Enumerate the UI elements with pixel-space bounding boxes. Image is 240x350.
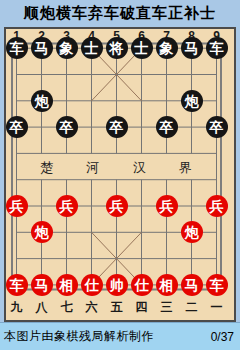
black-cannon[interactable]: 炮 — [181, 90, 203, 112]
xiangqi-board: 123456789 — [4, 27, 236, 322]
red-horse[interactable]: 马 — [181, 274, 203, 296]
black-horse[interactable]: 马 — [31, 37, 53, 59]
board-intersection[interactable] — [4, 88, 29, 114]
red-advisor[interactable]: 仕 — [81, 274, 103, 296]
board-intersection[interactable] — [179, 61, 204, 87]
board-intersection[interactable] — [79, 245, 104, 271]
board-intersection[interactable] — [29, 245, 54, 271]
board-intersection[interactable] — [29, 61, 54, 87]
file-number-bottom: 六 — [79, 301, 104, 314]
move-counter: 0/37 — [211, 330, 240, 344]
board-intersection[interactable] — [104, 245, 129, 271]
black-chariot[interactable]: 车 — [6, 37, 28, 59]
black-soldier[interactable]: 卒 — [156, 116, 178, 138]
board-intersection[interactable] — [79, 219, 104, 245]
board-intersection[interactable] — [54, 61, 79, 87]
red-soldier[interactable]: 兵 — [106, 195, 128, 217]
board-intersection[interactable] — [104, 219, 129, 245]
black-soldier[interactable]: 卒 — [206, 116, 228, 138]
board-intersection[interactable] — [204, 88, 229, 114]
board-intersection[interactable] — [29, 114, 54, 140]
board-intersection[interactable] — [54, 88, 79, 114]
river-label-right: 汉界 — [133, 159, 225, 177]
black-soldier[interactable]: 卒 — [6, 116, 28, 138]
footer-credit: 本图片由象棋残局解析制作 — [0, 328, 154, 345]
board-intersection[interactable] — [4, 245, 29, 271]
board-intersection[interactable] — [179, 245, 204, 271]
board-intersection[interactable] — [129, 114, 154, 140]
red-chariot[interactable]: 车 — [6, 274, 28, 296]
file-number-bottom: 四 — [129, 301, 154, 314]
black-general[interactable]: 将 — [106, 37, 128, 59]
board-intersection[interactable] — [104, 88, 129, 114]
file-number-bottom: 二 — [179, 301, 204, 314]
red-elephant[interactable]: 相 — [56, 274, 78, 296]
file-numbers-bottom: 九八七六五四三二一 — [4, 301, 229, 314]
footer-bar: 本图片由象棋残局解析制作 0/37 — [0, 322, 240, 350]
board-intersection[interactable] — [129, 193, 154, 219]
red-chariot[interactable]: 车 — [206, 274, 228, 296]
board-intersection[interactable] — [54, 245, 79, 271]
board-intersection[interactable] — [29, 193, 54, 219]
file-number-bottom: 五 — [104, 301, 129, 314]
page-title: 顺炮横车弃车破直车正补士 — [0, 0, 240, 27]
black-elephant[interactable]: 象 — [56, 37, 78, 59]
board-intersection[interactable] — [154, 88, 179, 114]
board-intersection[interactable] — [179, 193, 204, 219]
black-advisor[interactable]: 士 — [131, 37, 153, 59]
board-intersection[interactable] — [4, 140, 29, 166]
red-cannon[interactable]: 炮 — [31, 221, 53, 243]
red-elephant[interactable]: 相 — [156, 274, 178, 296]
board-intersection[interactable] — [154, 245, 179, 271]
board-intersection[interactable] — [104, 61, 129, 87]
red-soldier[interactable]: 兵 — [56, 195, 78, 217]
board-intersection[interactable] — [129, 88, 154, 114]
board-intersection[interactable] — [129, 219, 154, 245]
board-intersection[interactable] — [204, 245, 229, 271]
black-cannon[interactable]: 炮 — [31, 90, 53, 112]
board-intersection[interactable] — [79, 88, 104, 114]
board-intersection[interactable] — [4, 166, 29, 192]
red-soldier[interactable]: 兵 — [6, 195, 28, 217]
file-number-bottom: 八 — [29, 301, 54, 314]
board-intersection[interactable] — [4, 219, 29, 245]
board-intersection[interactable] — [204, 219, 229, 245]
red-advisor[interactable]: 仕 — [131, 274, 153, 296]
board-intersection[interactable] — [79, 61, 104, 87]
board-intersection[interactable] — [179, 114, 204, 140]
red-general[interactable]: 帅 — [106, 274, 128, 296]
file-number-bottom: 三 — [154, 301, 179, 314]
black-soldier[interactable]: 卒 — [106, 116, 128, 138]
board-intersection[interactable] — [204, 61, 229, 87]
board-intersection[interactable] — [154, 219, 179, 245]
board-intersection[interactable] — [79, 114, 104, 140]
black-advisor[interactable]: 士 — [81, 37, 103, 59]
file-number-bottom: 一 — [204, 301, 229, 314]
river-label-left: 楚河 — [40, 159, 132, 177]
red-horse[interactable]: 马 — [31, 274, 53, 296]
board-intersection[interactable] — [4, 61, 29, 87]
board-intersection[interactable] — [54, 219, 79, 245]
red-soldier[interactable]: 兵 — [156, 195, 178, 217]
black-horse[interactable]: 马 — [181, 37, 203, 59]
red-cannon[interactable]: 炮 — [181, 221, 203, 243]
file-number-bottom: 七 — [54, 301, 79, 314]
red-soldier[interactable]: 兵 — [206, 195, 228, 217]
file-number-bottom: 九 — [4, 301, 29, 314]
board-intersection[interactable] — [154, 61, 179, 87]
black-soldier[interactable]: 卒 — [56, 116, 78, 138]
board-intersection[interactable] — [129, 61, 154, 87]
board-intersection[interactable] — [129, 245, 154, 271]
board-intersection[interactable] — [79, 193, 104, 219]
black-elephant[interactable]: 象 — [156, 37, 178, 59]
black-chariot[interactable]: 车 — [206, 37, 228, 59]
